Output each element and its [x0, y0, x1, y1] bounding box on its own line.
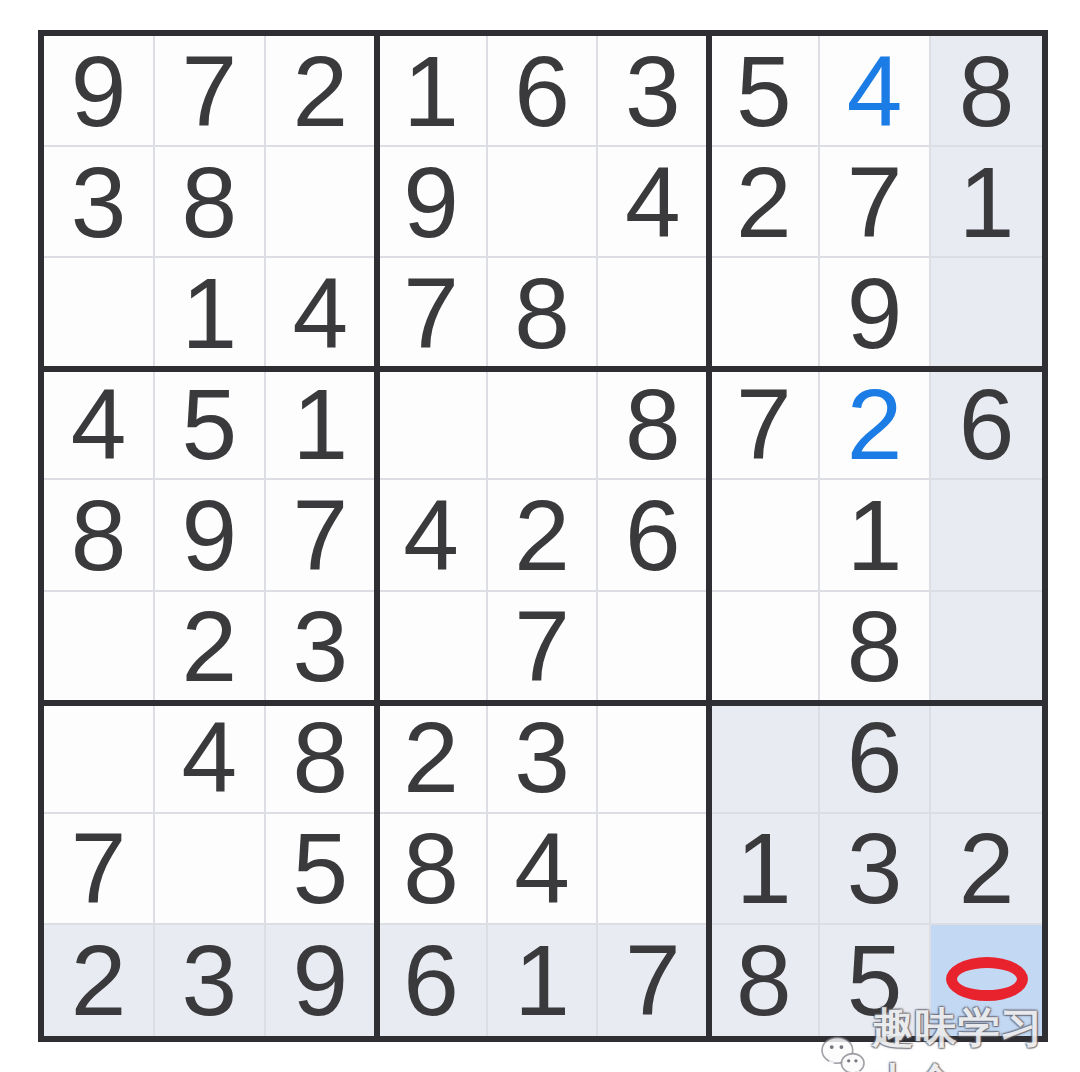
cell-r8c2[interactable] — [155, 814, 266, 925]
cell-r6c5[interactable]: 7 — [488, 592, 599, 703]
cell-r4c8[interactable]: 2 — [820, 369, 931, 480]
cell-r1c1[interactable]: 9 — [44, 36, 155, 147]
cell-r1c2[interactable]: 7 — [155, 36, 266, 147]
cell-r4c6[interactable]: 8 — [598, 369, 709, 480]
cell-r6c4[interactable] — [377, 592, 488, 703]
cell-r6c2[interactable]: 2 — [155, 592, 266, 703]
cell-r1c8[interactable]: 4 — [820, 36, 931, 147]
cell-r3c3[interactable]: 4 — [266, 258, 377, 369]
cell-r5c1[interactable]: 8 — [44, 480, 155, 591]
cell-r9c2[interactable]: 3 — [155, 925, 266, 1036]
cell-r4c3[interactable]: 1 — [266, 369, 377, 480]
cell-r9c9[interactable] — [931, 925, 1042, 1036]
cell-r8c4[interactable]: 8 — [377, 814, 488, 925]
cell-r6c8[interactable]: 8 — [820, 592, 931, 703]
cell-r2c6[interactable]: 4 — [598, 147, 709, 258]
cell-r5c4[interactable]: 4 — [377, 480, 488, 591]
cell-r3c6[interactable] — [598, 258, 709, 369]
sudoku-board: 9721635483894271147894518726897426123784… — [38, 30, 1048, 1042]
cell-r9c4[interactable]: 6 — [377, 925, 488, 1036]
cell-r9c6[interactable]: 7 — [598, 925, 709, 1036]
cell-r5c2[interactable]: 9 — [155, 480, 266, 591]
cell-r6c7[interactable] — [709, 592, 820, 703]
cell-r4c2[interactable]: 5 — [155, 369, 266, 480]
cell-r2c4[interactable]: 9 — [377, 147, 488, 258]
cell-r9c1[interactable]: 2 — [44, 925, 155, 1036]
cell-r9c8[interactable]: 5 — [820, 925, 931, 1036]
cell-r9c5[interactable]: 1 — [488, 925, 599, 1036]
cell-r1c6[interactable]: 3 — [598, 36, 709, 147]
cell-r1c4[interactable]: 1 — [377, 36, 488, 147]
cell-r8c5[interactable]: 4 — [488, 814, 599, 925]
cell-r4c4[interactable] — [377, 369, 488, 480]
box-divider-vertical-2 — [706, 36, 712, 1036]
cell-r6c6[interactable] — [598, 592, 709, 703]
cell-r3c9[interactable] — [931, 258, 1042, 369]
cell-r8c9[interactable]: 2 — [931, 814, 1042, 925]
cell-r4c1[interactable]: 4 — [44, 369, 155, 480]
sudoku-grid: 9721635483894271147894518726897426123784… — [44, 36, 1042, 1036]
cell-r3c8[interactable]: 9 — [820, 258, 931, 369]
red-oval-annotation — [946, 958, 1028, 1002]
cell-r3c1[interactable] — [44, 258, 155, 369]
cell-r4c9[interactable]: 6 — [931, 369, 1042, 480]
cell-r6c3[interactable]: 3 — [266, 592, 377, 703]
cell-r7c6[interactable] — [598, 703, 709, 814]
cell-r3c5[interactable]: 8 — [488, 258, 599, 369]
cell-r5c6[interactable]: 6 — [598, 480, 709, 591]
cell-r2c9[interactable]: 1 — [931, 147, 1042, 258]
cell-r2c5[interactable] — [488, 147, 599, 258]
box-divider-vertical-1 — [374, 36, 380, 1036]
cell-r5c9[interactable] — [931, 480, 1042, 591]
cell-r2c8[interactable]: 7 — [820, 147, 931, 258]
box-divider-horizontal-1 — [44, 366, 1042, 372]
cell-r2c2[interactable]: 8 — [155, 147, 266, 258]
cell-r7c8[interactable]: 6 — [820, 703, 931, 814]
cell-r3c2[interactable]: 1 — [155, 258, 266, 369]
cell-r9c7[interactable]: 8 — [709, 925, 820, 1036]
cell-r7c7[interactable] — [709, 703, 820, 814]
cell-r8c3[interactable]: 5 — [266, 814, 377, 925]
cell-r1c7[interactable]: 5 — [709, 36, 820, 147]
cell-r7c3[interactable]: 8 — [266, 703, 377, 814]
page-background: 9721635483894271147894518726897426123784… — [0, 0, 1080, 1072]
cell-r2c1[interactable]: 3 — [44, 147, 155, 258]
cell-r5c3[interactable]: 7 — [266, 480, 377, 591]
cell-r2c7[interactable]: 2 — [709, 147, 820, 258]
cell-r9c3[interactable]: 9 — [266, 925, 377, 1036]
cell-r8c6[interactable] — [598, 814, 709, 925]
cell-r3c4[interactable]: 7 — [377, 258, 488, 369]
cell-r7c9[interactable] — [931, 703, 1042, 814]
cell-r1c5[interactable]: 6 — [488, 36, 599, 147]
cell-r1c3[interactable]: 2 — [266, 36, 377, 147]
cell-r8c8[interactable]: 3 — [820, 814, 931, 925]
cell-r4c5[interactable] — [488, 369, 599, 480]
cell-r8c7[interactable]: 1 — [709, 814, 820, 925]
cell-r7c5[interactable]: 3 — [488, 703, 599, 814]
cell-r1c9[interactable]: 8 — [931, 36, 1042, 147]
cell-r7c1[interactable] — [44, 703, 155, 814]
cell-r5c8[interactable]: 1 — [820, 480, 931, 591]
cell-r3c7[interactable] — [709, 258, 820, 369]
cell-r4c7[interactable]: 7 — [709, 369, 820, 480]
cell-r8c1[interactable]: 7 — [44, 814, 155, 925]
cell-r2c3[interactable] — [266, 147, 377, 258]
cell-r7c4[interactable]: 2 — [377, 703, 488, 814]
cell-r6c1[interactable] — [44, 592, 155, 703]
cell-r7c2[interactable]: 4 — [155, 703, 266, 814]
cell-r6c9[interactable] — [931, 592, 1042, 703]
cell-r5c5[interactable]: 2 — [488, 480, 599, 591]
cell-r5c7[interactable] — [709, 480, 820, 591]
box-divider-horizontal-2 — [44, 700, 1042, 706]
